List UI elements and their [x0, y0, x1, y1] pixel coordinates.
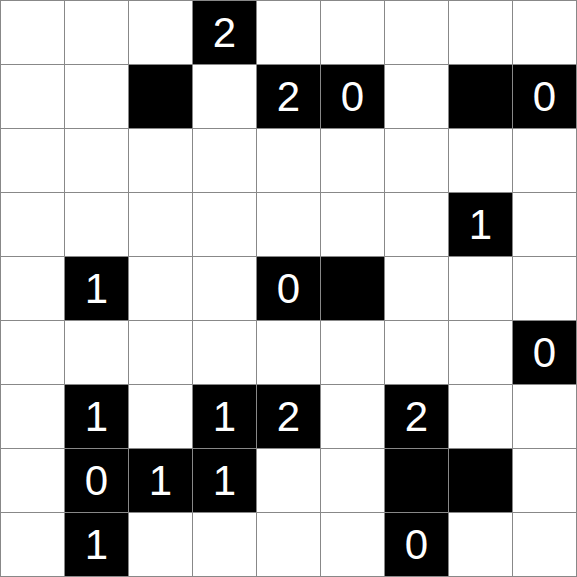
clue-number: 1 — [85, 268, 108, 310]
cell-r8c1-clue-1: 1 — [65, 513, 128, 576]
cell-r4c0[interactable] — [1, 257, 64, 320]
cell-r0c4[interactable] — [257, 1, 320, 64]
cell-r2c1[interactable] — [65, 129, 128, 192]
cell-r7c3-clue-1: 1 — [193, 449, 256, 512]
cell-r0c5[interactable] — [321, 1, 384, 64]
cell-r1c4-clue-2: 2 — [257, 65, 320, 128]
cell-r3c2[interactable] — [129, 193, 192, 256]
cell-r8c2[interactable] — [129, 513, 192, 576]
clue-number: 2 — [405, 396, 428, 438]
clue-number: 1 — [85, 396, 108, 438]
cell-r3c0[interactable] — [1, 193, 64, 256]
cell-r3c6[interactable] — [385, 193, 448, 256]
cell-r6c7[interactable] — [449, 385, 512, 448]
cell-r5c2[interactable] — [129, 321, 192, 384]
cell-r8c0[interactable] — [1, 513, 64, 576]
cell-r6c3-clue-1: 1 — [193, 385, 256, 448]
cell-r2c3[interactable] — [193, 129, 256, 192]
clue-number: 0 — [341, 76, 364, 118]
clue-number: 1 — [149, 460, 172, 502]
cell-r1c1[interactable] — [65, 65, 128, 128]
cell-r4c1-clue-1: 1 — [65, 257, 128, 320]
cell-r0c7[interactable] — [449, 1, 512, 64]
cell-r1c2-wall — [129, 65, 192, 128]
cell-r1c8-clue-0: 0 — [513, 65, 576, 128]
cell-r6c8[interactable] — [513, 385, 576, 448]
cell-r5c4[interactable] — [257, 321, 320, 384]
clue-number: 2 — [213, 12, 236, 54]
cell-r0c1[interactable] — [65, 1, 128, 64]
cell-r7c1-clue-0: 0 — [65, 449, 128, 512]
clue-number: 1 — [469, 204, 492, 246]
clue-number: 2 — [277, 396, 300, 438]
cell-r1c7-wall — [449, 65, 512, 128]
cell-r8c8[interactable] — [513, 513, 576, 576]
cell-r6c0[interactable] — [1, 385, 64, 448]
cell-r2c0[interactable] — [1, 129, 64, 192]
clue-number: 0 — [85, 460, 108, 502]
cell-r0c3-clue-2: 2 — [193, 1, 256, 64]
cell-r1c3[interactable] — [193, 65, 256, 128]
clue-number: 0 — [277, 268, 300, 310]
cell-r3c1[interactable] — [65, 193, 128, 256]
cell-r5c5[interactable] — [321, 321, 384, 384]
cell-r6c6-clue-2: 2 — [385, 385, 448, 448]
cell-r4c6[interactable] — [385, 257, 448, 320]
cell-r2c2[interactable] — [129, 129, 192, 192]
cell-r7c8[interactable] — [513, 449, 576, 512]
cell-r5c3[interactable] — [193, 321, 256, 384]
cell-r5c8-clue-0: 0 — [513, 321, 576, 384]
cell-r7c4[interactable] — [257, 449, 320, 512]
cell-r2c6[interactable] — [385, 129, 448, 192]
cell-r5c7[interactable] — [449, 321, 512, 384]
cell-r2c8[interactable] — [513, 129, 576, 192]
cell-r1c6[interactable] — [385, 65, 448, 128]
cell-r8c6-clue-0: 0 — [385, 513, 448, 576]
cell-r4c8[interactable] — [513, 257, 576, 320]
cell-r2c5[interactable] — [321, 129, 384, 192]
cell-r3c8[interactable] — [513, 193, 576, 256]
cell-r7c0[interactable] — [1, 449, 64, 512]
cell-r8c4[interactable] — [257, 513, 320, 576]
cell-r7c5[interactable] — [321, 449, 384, 512]
cell-r4c4-clue-0: 0 — [257, 257, 320, 320]
cell-r0c8[interactable] — [513, 1, 576, 64]
cell-r3c5[interactable] — [321, 193, 384, 256]
cell-r5c6[interactable] — [385, 321, 448, 384]
clue-number: 0 — [533, 332, 556, 374]
cell-r1c5-clue-0: 0 — [321, 65, 384, 128]
cell-r0c2[interactable] — [129, 1, 192, 64]
clue-number: 1 — [213, 460, 236, 502]
cell-r0c6[interactable] — [385, 1, 448, 64]
cell-r4c2[interactable] — [129, 257, 192, 320]
cell-r5c1[interactable] — [65, 321, 128, 384]
cell-r8c7[interactable] — [449, 513, 512, 576]
cell-r8c5[interactable] — [321, 513, 384, 576]
cell-r7c6-wall — [385, 449, 448, 512]
cell-r6c4-clue-2: 2 — [257, 385, 320, 448]
puzzle-area: 22001100112201110 — [0, 0, 577, 577]
cell-r0c0[interactable] — [1, 1, 64, 64]
cell-r3c4[interactable] — [257, 193, 320, 256]
board: 22001100112201110 — [0, 0, 577, 577]
cell-r3c3[interactable] — [193, 193, 256, 256]
cell-r6c1-clue-1: 1 — [65, 385, 128, 448]
cell-r2c4[interactable] — [257, 129, 320, 192]
cell-r4c3[interactable] — [193, 257, 256, 320]
cell-r4c5-wall — [321, 257, 384, 320]
cell-r2c7[interactable] — [449, 129, 512, 192]
cell-r6c5[interactable] — [321, 385, 384, 448]
cell-r6c2[interactable] — [129, 385, 192, 448]
cell-r7c7-wall — [449, 449, 512, 512]
clue-number: 0 — [405, 524, 428, 566]
clue-number: 1 — [85, 524, 108, 566]
cell-r5c0[interactable] — [1, 321, 64, 384]
clue-number: 2 — [277, 76, 300, 118]
clue-number: 0 — [533, 76, 556, 118]
cell-r7c2-clue-1: 1 — [129, 449, 192, 512]
cell-r3c7-clue-1: 1 — [449, 193, 512, 256]
cell-r4c7[interactable] — [449, 257, 512, 320]
cell-r1c0[interactable] — [1, 65, 64, 128]
clue-number: 1 — [213, 396, 236, 438]
cell-r8c3[interactable] — [193, 513, 256, 576]
